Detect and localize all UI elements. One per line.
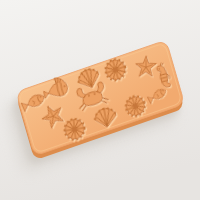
product-photo	[0, 0, 200, 200]
photo-svg	[0, 0, 200, 200]
